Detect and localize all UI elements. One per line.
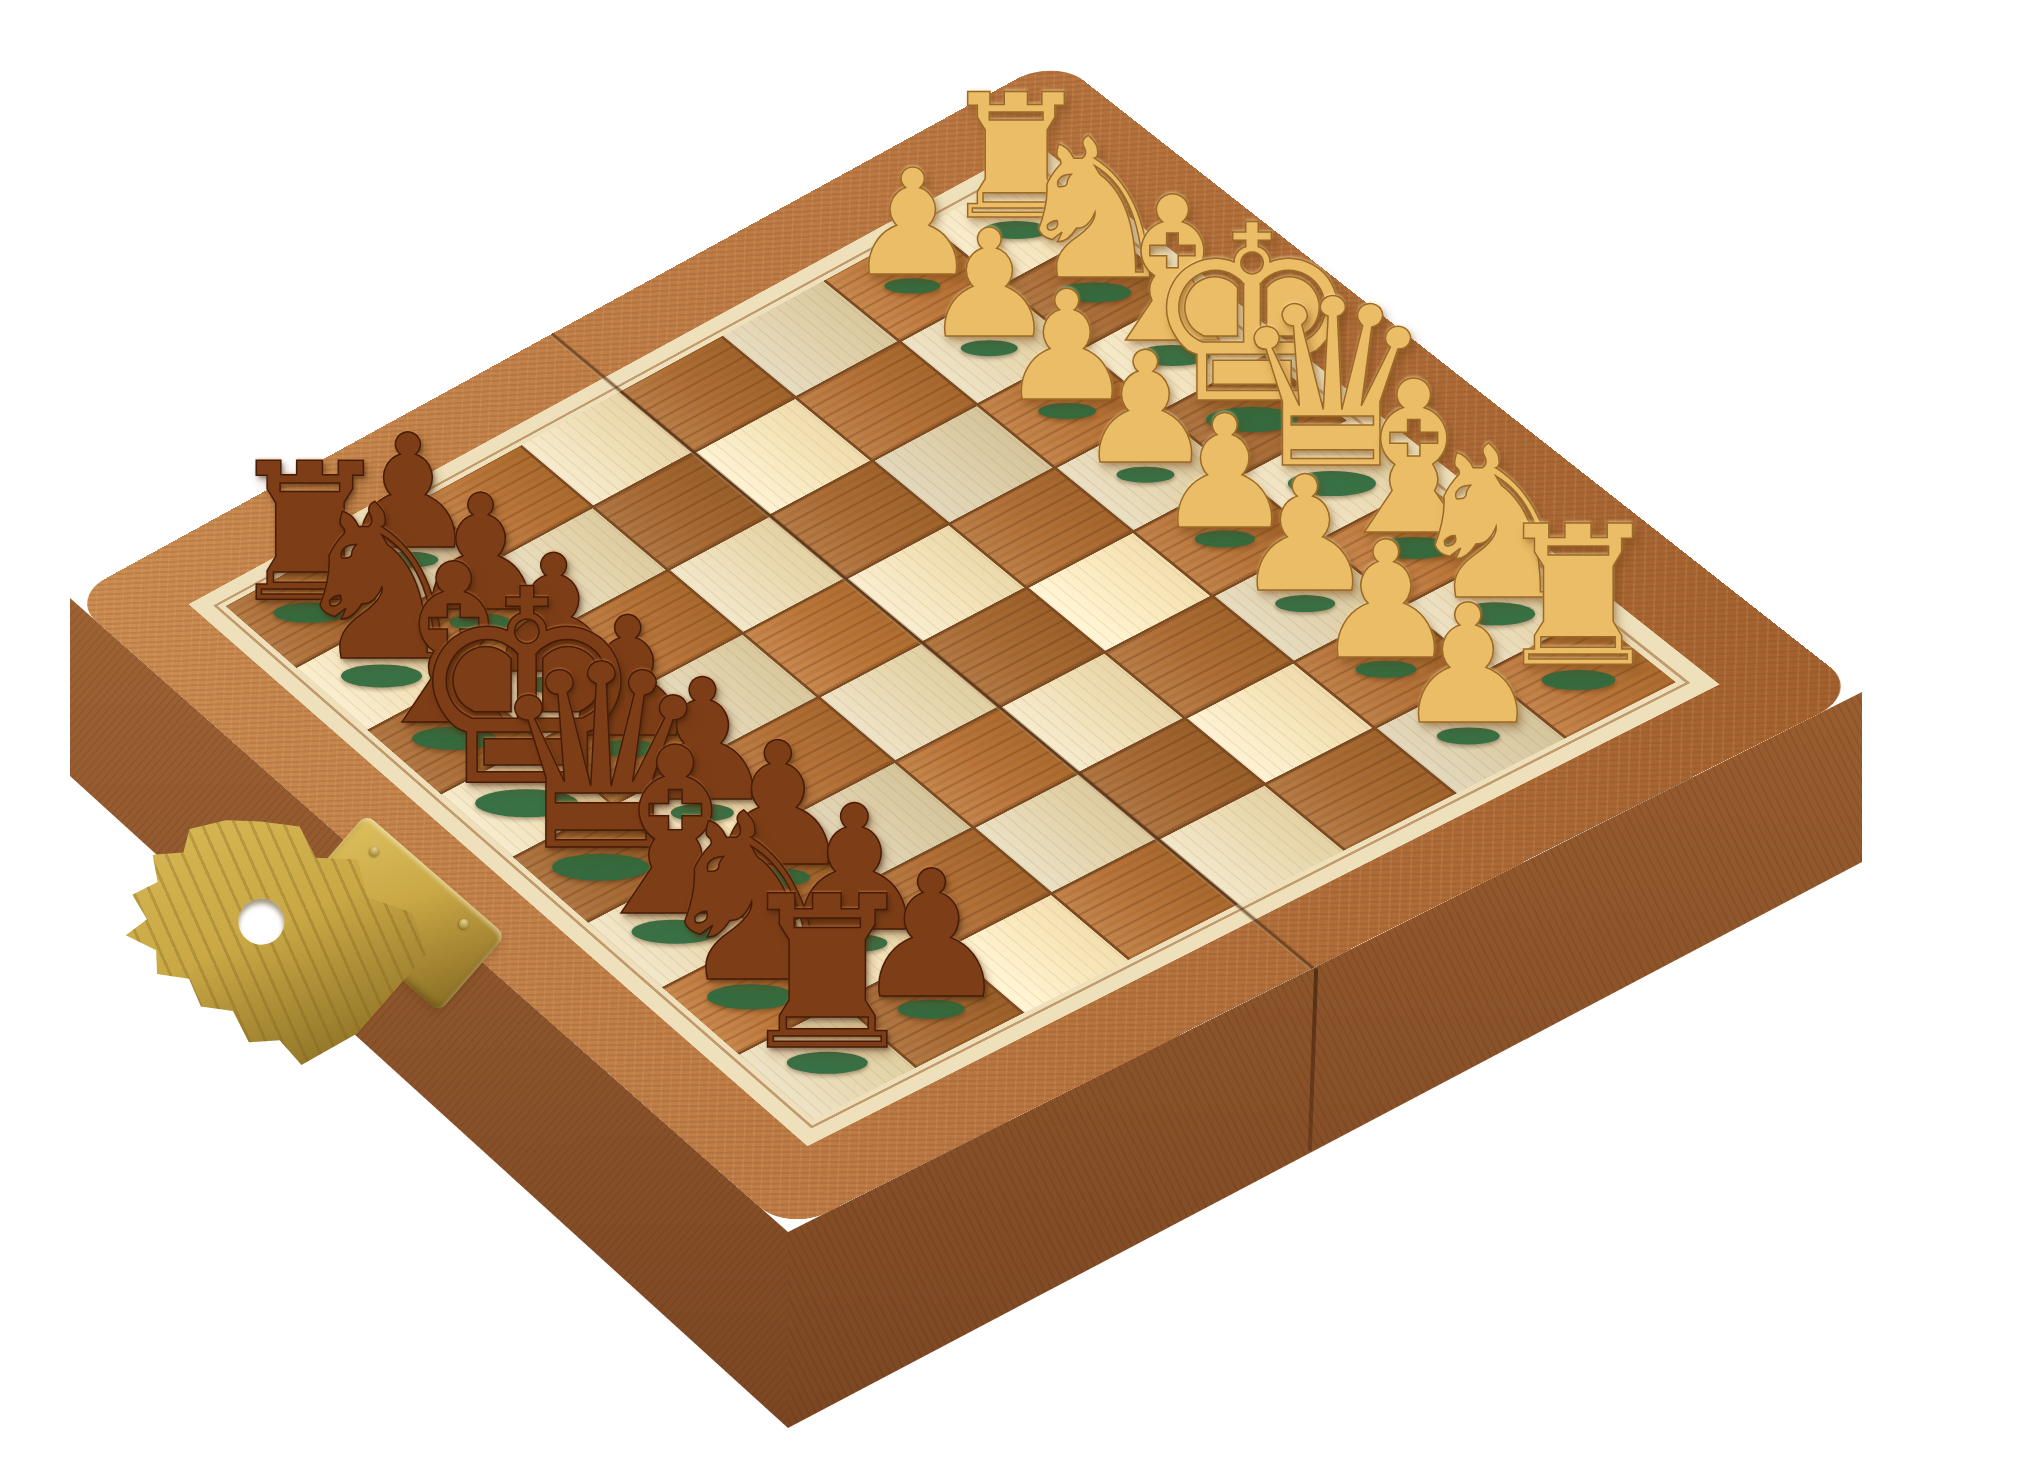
product-photo: ♜♞♝♛♚♝♞♜♟♟♟♟♟♟♟♟♟♟♟♟♟♟♟♟♜♞♝♛♚♝♞♜ [0,0,2040,1463]
clasp-hole [229,890,294,955]
clasp-screw [367,845,381,859]
clasp-screw [456,917,470,931]
brass-clasp [150,820,530,1150]
